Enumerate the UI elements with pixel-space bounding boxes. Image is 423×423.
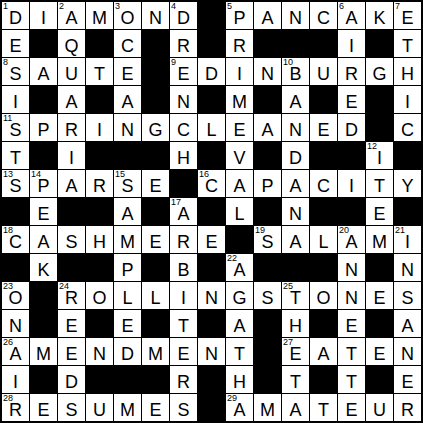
grid-cell[interactable]: N — [86, 338, 113, 365]
grid-cell[interactable]: 4D — [170, 2, 197, 29]
grid-cell[interactable]: T — [2, 142, 29, 169]
grid-cell[interactable]: I — [2, 86, 29, 113]
grid-cell[interactable]: M — [86, 2, 113, 29]
black-cell — [170, 170, 197, 197]
grid-cell[interactable]: O — [86, 282, 113, 309]
grid-cell[interactable]: 2A — [58, 2, 85, 29]
grid-cell[interactable]: P — [254, 170, 281, 197]
cell-letter: T — [94, 65, 105, 85]
grid-cell[interactable]: D — [114, 338, 141, 365]
cell-letter: D — [9, 9, 22, 29]
grid-cell[interactable]: E — [226, 114, 253, 141]
grid-cell[interactable]: A — [30, 226, 57, 253]
grid-cell[interactable]: A — [58, 170, 85, 197]
grid-cell[interactable]: D — [282, 142, 309, 169]
grid-cell[interactable]: 8S — [2, 58, 29, 85]
grid-cell[interactable]: 11S — [2, 114, 29, 141]
cell-letter: M — [120, 401, 135, 421]
clue-number: 28 — [3, 394, 13, 404]
grid-cell[interactable]: 7E — [394, 2, 421, 29]
black-cell — [30, 30, 57, 57]
grid-cell[interactable]: I — [30, 2, 57, 29]
clue-number: 14 — [31, 170, 41, 180]
grid-cell[interactable]: U — [310, 58, 337, 85]
grid-cell[interactable]: H — [86, 226, 113, 253]
grid-cell[interactable]: I — [58, 142, 85, 169]
grid-cell[interactable]: C — [310, 2, 337, 29]
grid-cell[interactable]: D — [338, 114, 365, 141]
cell-letter: R — [177, 233, 190, 253]
cell-letter: A — [37, 233, 49, 253]
grid-cell[interactable]: E — [114, 58, 141, 85]
cell-letter: D — [345, 121, 358, 141]
grid-cell[interactable]: E — [142, 170, 169, 197]
grid-cell[interactable]: E — [366, 198, 393, 225]
grid-cell[interactable]: T — [226, 338, 253, 365]
cell-letter: I — [349, 177, 354, 197]
cell-letter: L — [318, 233, 328, 253]
grid-cell[interactable]: E — [338, 310, 365, 337]
black-cell — [142, 366, 169, 393]
black-cell — [30, 282, 57, 309]
cell-letter: A — [65, 93, 77, 113]
grid-cell[interactable]: B — [170, 254, 197, 281]
grid-cell[interactable]: C — [394, 114, 421, 141]
grid-cell[interactable]: K — [30, 254, 57, 281]
grid-cell[interactable]: N — [142, 2, 169, 29]
grid-cell[interactable]: S — [394, 282, 421, 309]
grid-cell[interactable]: N — [2, 310, 29, 337]
cell-letter: R — [345, 65, 358, 85]
cell-letter: E — [317, 121, 329, 141]
cell-letter: S — [9, 65, 21, 85]
grid-cell[interactable]: M — [142, 338, 169, 365]
grid-cell[interactable]: R — [226, 30, 253, 57]
black-cell — [30, 142, 57, 169]
grid-cell[interactable]: E — [394, 366, 421, 393]
grid-cell[interactable]: C — [310, 170, 337, 197]
clue-number: 6 — [339, 2, 344, 12]
grid-cell[interactable]: N — [198, 338, 225, 365]
grid-cell[interactable]: V — [226, 142, 253, 169]
cell-letter: M — [232, 93, 247, 113]
grid-cell[interactable]: 16C — [198, 170, 225, 197]
grid-cell[interactable]: A — [254, 2, 281, 29]
cell-letter: P — [261, 177, 273, 197]
grid-cell[interactable]: T — [86, 58, 113, 85]
grid-cell[interactable]: T — [366, 170, 393, 197]
grid-cell[interactable]: 23O — [2, 282, 29, 309]
grid-cell[interactable]: 24R — [58, 282, 85, 309]
cell-letter: A — [177, 205, 189, 225]
cell-letter: A — [65, 9, 77, 29]
clue-number: 12 — [367, 142, 377, 152]
cell-letter: T — [374, 177, 385, 197]
black-cell — [254, 86, 281, 113]
grid-cell[interactable]: U — [58, 58, 85, 85]
cell-letter: E — [373, 345, 385, 365]
cell-letter: M — [260, 401, 275, 421]
cell-letter: N — [177, 93, 190, 113]
grid-cell[interactable]: T — [282, 366, 309, 393]
grid-cell[interactable]: E — [366, 282, 393, 309]
grid-cell[interactable]: E — [338, 86, 365, 113]
grid-cell[interactable]: 21I — [394, 226, 421, 253]
cell-letter: E — [345, 317, 357, 337]
grid-cell[interactable]: T — [338, 366, 365, 393]
black-cell — [142, 86, 169, 113]
grid-cell[interactable]: T — [310, 394, 337, 421]
grid-cell[interactable]: A — [282, 170, 309, 197]
cell-letter: N — [345, 261, 358, 281]
grid-cell[interactable]: A — [30, 58, 57, 85]
grid-cell[interactable]: H — [394, 58, 421, 85]
black-cell — [198, 86, 225, 113]
black-cell — [142, 198, 169, 225]
cell-letter: D — [289, 149, 302, 169]
cell-letter: I — [13, 93, 18, 113]
cell-letter: S — [9, 121, 21, 141]
grid-cell[interactable]: D — [58, 366, 85, 393]
cell-letter: T — [346, 373, 357, 393]
cell-letter: D — [121, 345, 134, 365]
grid-cell[interactable]: R — [338, 58, 365, 85]
cell-letter: M — [92, 9, 107, 29]
cell-letter: R — [177, 373, 190, 393]
grid-cell[interactable]: N — [170, 86, 197, 113]
grid-cell[interactable]: N — [338, 254, 365, 281]
black-cell — [2, 254, 29, 281]
cell-letter: I — [181, 289, 186, 309]
grid-cell[interactable]: 17A — [170, 198, 197, 225]
cell-letter: H — [177, 149, 190, 169]
grid-cell[interactable]: K — [366, 2, 393, 29]
grid-cell[interactable]: L — [198, 114, 225, 141]
cell-letter: I — [405, 93, 410, 113]
cell-letter: A — [317, 345, 329, 365]
black-cell — [282, 254, 309, 281]
grid-cell[interactable]: 13S — [2, 170, 29, 197]
grid-cell[interactable]: E — [170, 338, 197, 365]
cell-letter: N — [205, 345, 218, 365]
grid-cell[interactable]: P — [30, 114, 57, 141]
grid-cell[interactable]: G — [366, 58, 393, 85]
grid-cell[interactable]: O — [310, 282, 337, 309]
grid-cell[interactable]: E — [114, 310, 141, 337]
grid-cell[interactable]: A — [394, 310, 421, 337]
cell-letter: E — [345, 401, 357, 421]
cell-letter: C — [205, 177, 218, 197]
grid-cell[interactable]: M — [366, 226, 393, 253]
cell-letter: N — [401, 261, 414, 281]
grid-cell[interactable]: 26A — [2, 338, 29, 365]
cell-letter: T — [402, 37, 413, 57]
grid-cell[interactable]: H — [170, 142, 197, 169]
cell-letter: V — [233, 149, 245, 169]
black-cell — [2, 198, 29, 225]
black-cell — [338, 198, 365, 225]
cell-letter: N — [9, 317, 22, 337]
grid-cell[interactable]: N — [282, 198, 309, 225]
cell-letter: M — [120, 233, 135, 253]
grid-cell[interactable]: N — [394, 338, 421, 365]
black-cell — [142, 254, 169, 281]
grid-cell[interactable]: I — [2, 366, 29, 393]
grid-cell[interactable]: Q — [58, 30, 85, 57]
grid-cell[interactable]: I — [226, 58, 253, 85]
grid-cell[interactable]: R — [170, 366, 197, 393]
grid-cell[interactable]: 9E — [170, 58, 197, 85]
grid-cell[interactable]: 20A — [338, 226, 365, 253]
grid-cell[interactable]: E — [2, 30, 29, 57]
black-cell — [142, 30, 169, 57]
grid-cell[interactable]: E — [58, 338, 85, 365]
grid-cell[interactable]: A — [58, 86, 85, 113]
grid-cell[interactable]: L — [310, 226, 337, 253]
cell-letter: I — [13, 373, 18, 393]
black-cell — [254, 338, 281, 365]
cell-letter: B — [289, 65, 301, 85]
cell-letter: K — [37, 261, 49, 281]
grid-cell[interactable]: A — [226, 310, 253, 337]
grid-cell[interactable]: H — [282, 310, 309, 337]
grid-cell[interactable]: U — [86, 394, 113, 421]
black-cell — [310, 86, 337, 113]
grid-cell[interactable]: A — [282, 394, 309, 421]
black-cell — [366, 86, 393, 113]
black-cell — [114, 142, 141, 169]
cell-letter: L — [150, 289, 160, 309]
clue-number: 15 — [115, 170, 125, 180]
grid-cell[interactable]: E — [338, 394, 365, 421]
cell-letter: H — [233, 373, 246, 393]
cell-letter: E — [149, 401, 161, 421]
grid-cell[interactable]: 12I — [366, 142, 393, 169]
clue-number: 27 — [283, 338, 293, 348]
cell-letter: C — [317, 9, 330, 29]
cell-letter: T — [290, 373, 301, 393]
grid-cell[interactable]: 15S — [114, 170, 141, 197]
grid-cell[interactable]: N — [282, 2, 309, 29]
cell-letter: A — [233, 401, 245, 421]
black-cell — [310, 30, 337, 57]
grid-cell[interactable]: A — [254, 114, 281, 141]
cell-letter: L — [122, 289, 132, 309]
cell-letter: A — [289, 93, 301, 113]
grid-cell[interactable]: A — [226, 170, 253, 197]
grid-cell[interactable]: T — [170, 310, 197, 337]
black-cell — [198, 366, 225, 393]
grid-cell[interactable]: E — [310, 114, 337, 141]
black-cell — [58, 254, 85, 281]
cell-letter: C — [401, 121, 414, 141]
black-cell — [338, 142, 365, 169]
cell-letter: G — [232, 289, 246, 309]
black-cell — [394, 142, 421, 169]
grid-cell[interactable]: C — [114, 30, 141, 57]
black-cell — [282, 30, 309, 57]
clue-number: 18 — [3, 226, 13, 236]
cell-letter: I — [405, 233, 410, 253]
grid-cell[interactable]: U — [366, 394, 393, 421]
cell-letter: A — [37, 65, 49, 85]
black-cell — [310, 254, 337, 281]
grid-cell[interactable]: 10B — [282, 58, 309, 85]
grid-cell[interactable]: E — [30, 394, 57, 421]
black-cell — [198, 254, 225, 281]
black-cell — [198, 30, 225, 57]
cell-letter: T — [234, 345, 245, 365]
grid-cell[interactable]: I — [170, 282, 197, 309]
grid-cell[interactable]: M — [114, 394, 141, 421]
grid-cell[interactable]: M — [30, 338, 57, 365]
grid-cell[interactable]: L — [142, 282, 169, 309]
grid-cell[interactable]: E — [198, 226, 225, 253]
cell-letter: E — [65, 345, 77, 365]
crossword-grid: 1DI2AM3ON4D5PANC6AK7EEQCRRIT8SAUTE9EDIN1… — [0, 0, 423, 423]
black-cell — [254, 198, 281, 225]
grid-cell[interactable]: R — [170, 30, 197, 57]
grid-cell[interactable]: A — [282, 226, 309, 253]
grid-cell[interactable]: M — [226, 86, 253, 113]
grid-cell[interactable]: L — [114, 282, 141, 309]
cell-letter: S — [65, 233, 77, 253]
grid-cell[interactable]: E — [142, 226, 169, 253]
grid-cell[interactable]: S — [254, 282, 281, 309]
black-cell — [86, 254, 113, 281]
grid-cell[interactable]: T — [338, 338, 365, 365]
black-cell — [366, 366, 393, 393]
cell-letter: A — [9, 345, 21, 365]
black-cell — [142, 142, 169, 169]
cell-letter: A — [345, 9, 357, 29]
grid-cell[interactable]: N — [338, 282, 365, 309]
grid-cell[interactable]: Y — [394, 170, 421, 197]
grid-cell[interactable]: E — [366, 338, 393, 365]
cell-letter: H — [93, 233, 106, 253]
grid-cell[interactable]: I — [86, 114, 113, 141]
grid-cell[interactable]: 14P — [30, 170, 57, 197]
cell-letter: T — [318, 401, 329, 421]
black-cell — [58, 198, 85, 225]
cell-letter: Y — [401, 177, 413, 197]
clue-number: 1 — [3, 2, 8, 12]
cell-letter: N — [205, 289, 218, 309]
black-cell — [310, 142, 337, 169]
grid-cell[interactable]: 6A — [338, 2, 365, 29]
grid-cell[interactable]: R — [394, 394, 421, 421]
black-cell — [254, 366, 281, 393]
grid-cell[interactable]: N — [114, 114, 141, 141]
cell-letter: R — [401, 401, 414, 421]
grid-cell[interactable]: N — [394, 254, 421, 281]
grid-cell[interactable]: A — [310, 338, 337, 365]
cell-letter: E — [345, 93, 357, 113]
black-cell — [366, 254, 393, 281]
grid-cell[interactable]: H — [226, 366, 253, 393]
grid-cell[interactable]: 3O — [114, 2, 141, 29]
grid-cell[interactable]: 19S — [254, 226, 281, 253]
clue-number: 16 — [199, 170, 209, 180]
cell-letter: E — [149, 177, 161, 197]
grid-cell[interactable]: R — [170, 226, 197, 253]
grid-cell[interactable]: M — [254, 394, 281, 421]
grid-cell[interactable]: P — [114, 254, 141, 281]
grid-cell[interactable]: L — [226, 198, 253, 225]
clue-number: 22 — [227, 254, 237, 264]
black-cell — [86, 86, 113, 113]
clue-number: 21 — [395, 226, 405, 236]
grid-cell[interactable]: A — [114, 198, 141, 225]
grid-cell[interactable]: 25T — [282, 282, 309, 309]
cell-letter: N — [289, 205, 302, 225]
clue-number: 13 — [3, 170, 13, 180]
clue-number: 4 — [171, 2, 176, 12]
clue-number: 29 — [227, 394, 237, 404]
cell-letter: S — [65, 401, 77, 421]
grid-cell[interactable]: G — [142, 114, 169, 141]
grid-cell[interactable]: E — [30, 198, 57, 225]
black-cell — [86, 142, 113, 169]
grid-cell[interactable]: M — [114, 226, 141, 253]
cell-letter: S — [9, 177, 21, 197]
cell-letter: S — [261, 289, 273, 309]
cell-letter: A — [233, 317, 245, 337]
cell-letter: P — [37, 121, 49, 141]
grid-cell[interactable]: 27E — [282, 338, 309, 365]
cell-letter: C — [121, 37, 134, 57]
clue-number: 19 — [255, 226, 265, 236]
grid-cell[interactable]: I — [394, 86, 421, 113]
grid-cell[interactable]: S — [170, 394, 197, 421]
grid-cell[interactable]: 22A — [226, 254, 253, 281]
black-cell — [142, 310, 169, 337]
cell-letter: E — [9, 37, 21, 57]
grid-cell[interactable]: S — [58, 394, 85, 421]
grid-cell[interactable]: I — [338, 170, 365, 197]
grid-cell[interactable]: 5P — [226, 2, 253, 29]
grid-cell[interactable]: A — [282, 86, 309, 113]
cell-letter: H — [289, 317, 302, 337]
grid-cell[interactable]: 28R — [2, 394, 29, 421]
grid-cell[interactable]: 18C — [2, 226, 29, 253]
grid-cell[interactable]: D — [198, 58, 225, 85]
grid-cell[interactable]: A — [114, 86, 141, 113]
grid-cell[interactable]: E — [142, 394, 169, 421]
grid-cell[interactable]: 29A — [226, 394, 253, 421]
grid-cell[interactable]: I — [338, 30, 365, 57]
cell-letter: M — [148, 345, 163, 365]
black-cell — [254, 142, 281, 169]
grid-cell[interactable]: C — [170, 114, 197, 141]
grid-cell[interactable]: 1D — [2, 2, 29, 29]
cell-letter: E — [65, 317, 77, 337]
grid-cell[interactable]: S — [58, 226, 85, 253]
cell-letter: S — [121, 177, 133, 197]
grid-cell[interactable]: G — [226, 282, 253, 309]
cell-letter: P — [233, 9, 245, 29]
grid-cell[interactable]: N — [282, 114, 309, 141]
grid-cell[interactable]: E — [58, 310, 85, 337]
grid-cell[interactable]: N — [198, 282, 225, 309]
grid-cell[interactable]: R — [86, 170, 113, 197]
grid-cell[interactable]: R — [58, 114, 85, 141]
cell-letter: R — [65, 289, 78, 309]
cell-letter: N — [345, 289, 358, 309]
grid-cell[interactable]: N — [254, 58, 281, 85]
grid-cell[interactable]: T — [394, 30, 421, 57]
black-cell — [254, 30, 281, 57]
